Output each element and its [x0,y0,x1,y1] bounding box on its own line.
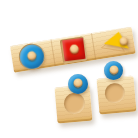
wooden-knob[interactable] [119,37,128,46]
triangle-slot [91,27,136,60]
wooden-knob[interactable] [74,78,83,87]
circle-recess [104,82,126,104]
wooden-knob[interactable] [69,44,79,54]
blue-circle-piece[interactable] [68,74,88,94]
yellow-triangle-piece[interactable] [100,30,130,54]
small-circle-board-right [97,75,137,114]
circle-slot [10,40,55,73]
red-square-piece[interactable] [62,38,85,61]
puzzle-photo-scene [0,0,138,138]
wooden-knob[interactable] [27,51,37,61]
square-slot [50,33,95,66]
circle-recess [63,92,86,115]
blue-circle-piece[interactable] [104,61,123,80]
wooden-knob[interactable] [109,65,118,74]
